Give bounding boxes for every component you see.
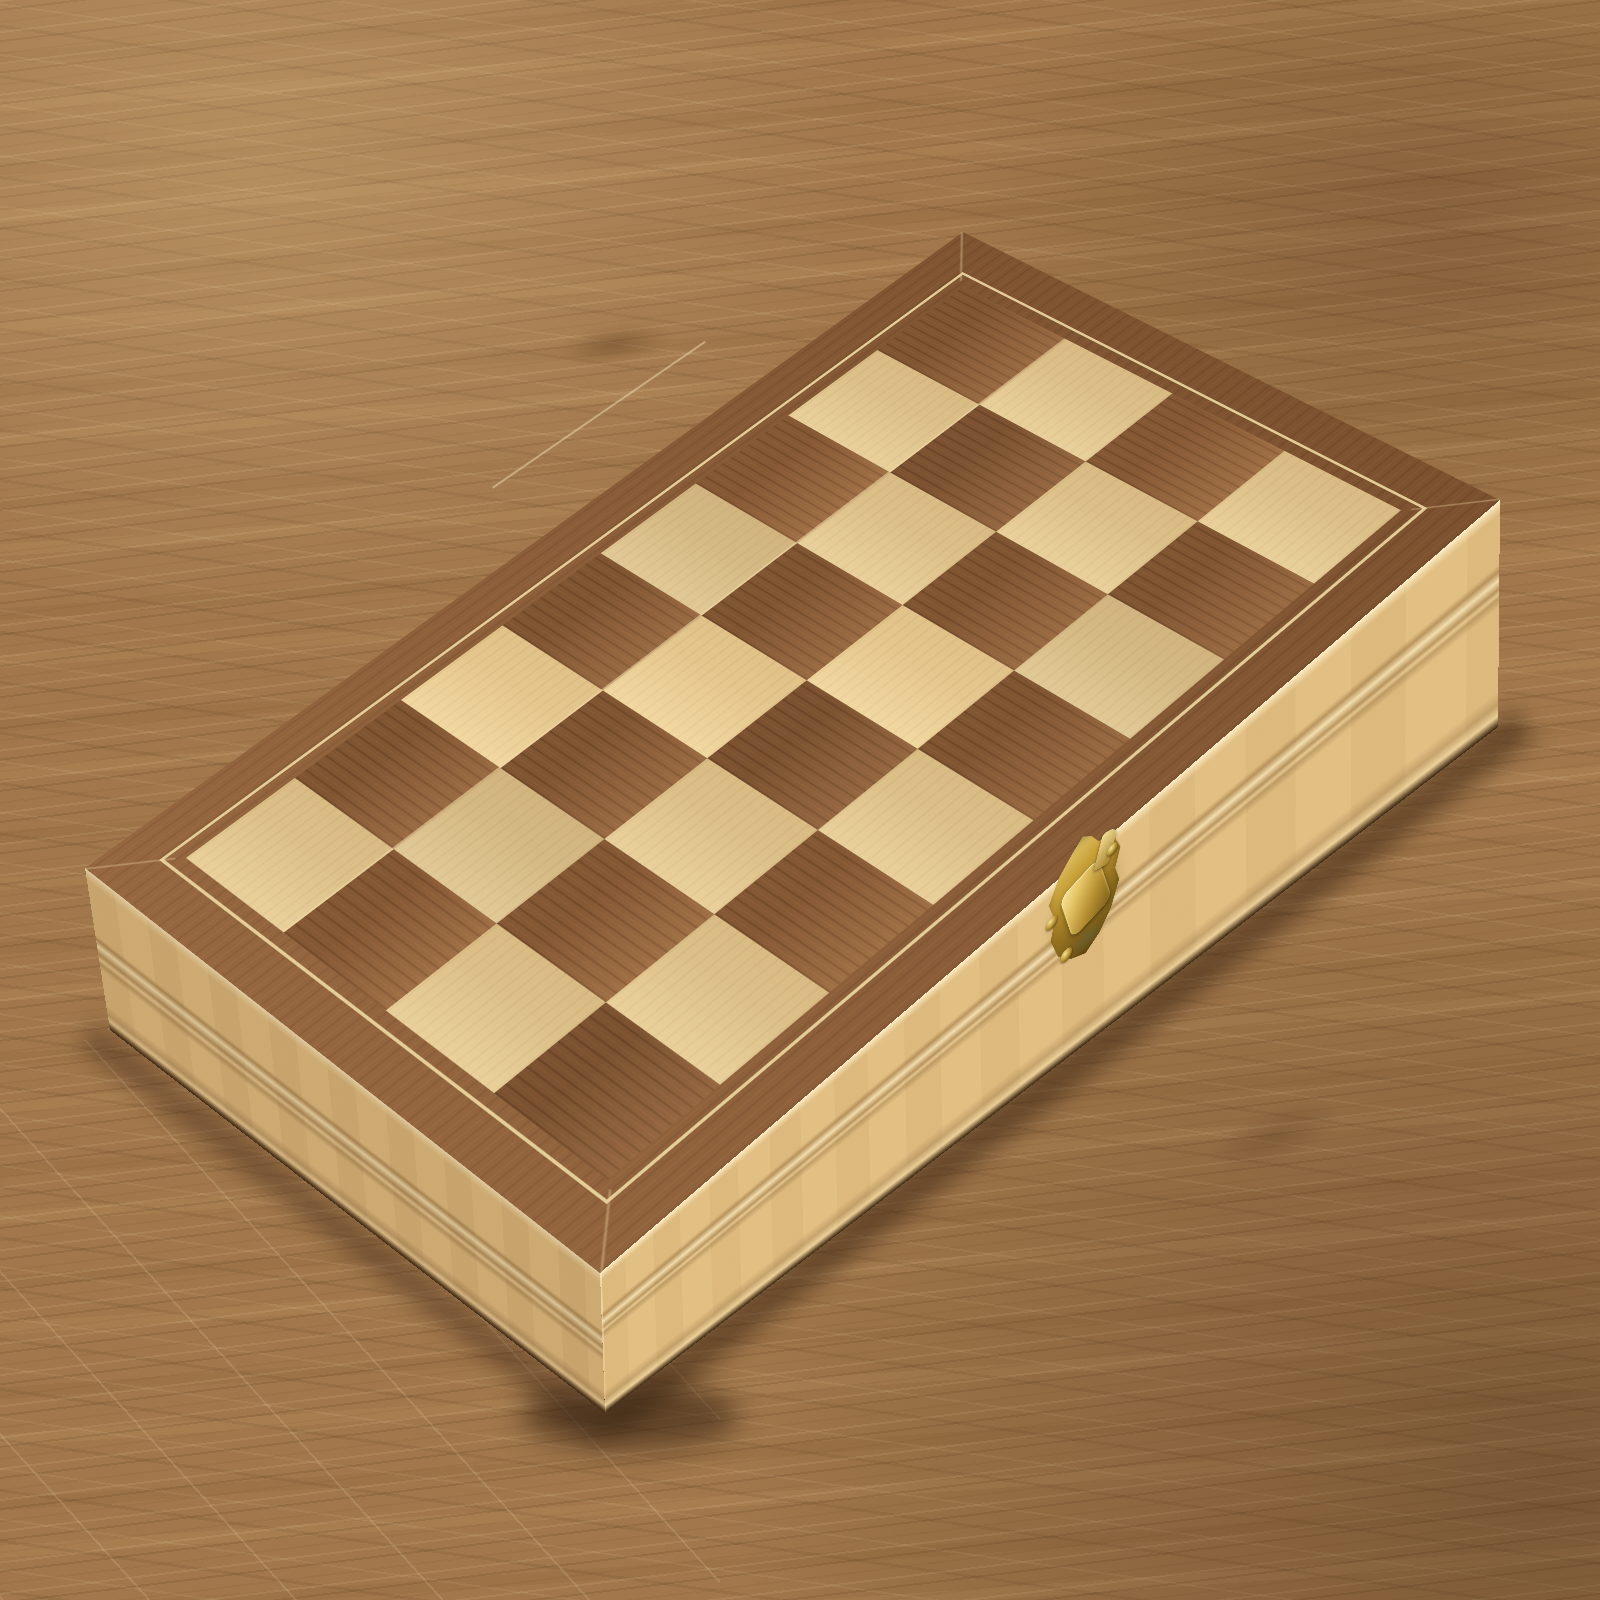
border-miter-joint xyxy=(85,858,176,870)
photo-scene xyxy=(0,0,1600,1600)
border-miter-joint xyxy=(1411,498,1500,510)
